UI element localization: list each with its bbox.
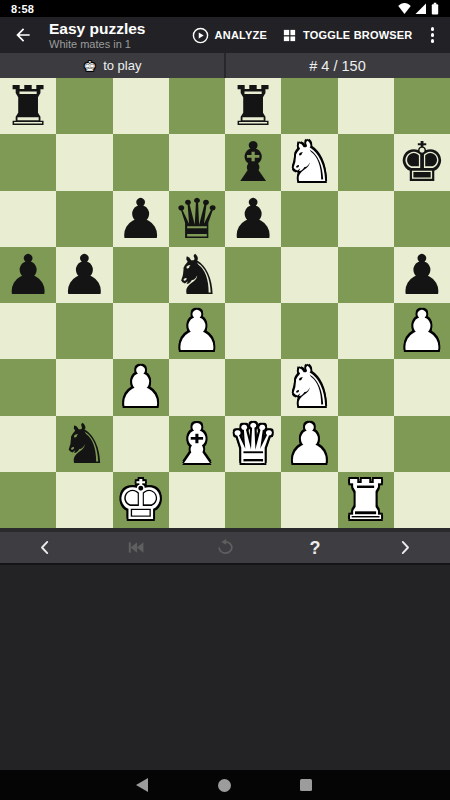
- square-e6[interactable]: ♟: [225, 191, 281, 247]
- question-mark: ?: [310, 539, 321, 557]
- square-h1[interactable]: [394, 472, 450, 528]
- square-e4[interactable]: [225, 303, 281, 359]
- back-arrow-icon: [13, 25, 33, 45]
- square-b1[interactable]: [56, 472, 112, 528]
- piece-white-knight[interactable]: ♞: [285, 134, 334, 190]
- android-nav-bar: [0, 770, 450, 800]
- square-c3[interactable]: ♟: [113, 359, 169, 415]
- square-f1[interactable]: [281, 472, 337, 528]
- chevron-left-icon: [36, 538, 54, 557]
- square-h3[interactable]: [394, 359, 450, 415]
- previous-puzzle-button[interactable]: [0, 532, 90, 563]
- piece-white-queen[interactable]: ♛: [228, 416, 277, 472]
- piece-white-bishop[interactable]: ♝: [172, 416, 221, 472]
- square-c5[interactable]: [113, 247, 169, 303]
- square-f4[interactable]: [281, 303, 337, 359]
- square-e5[interactable]: [225, 247, 281, 303]
- square-h6[interactable]: [394, 191, 450, 247]
- wifi-icon: [398, 3, 411, 14]
- analyze-label: ANALYZE: [215, 29, 267, 41]
- puzzle-toolbar: ?: [0, 528, 450, 565]
- square-f2[interactable]: ♟: [281, 416, 337, 472]
- square-d5[interactable]: ♞: [169, 247, 225, 303]
- info-bar-divider: [224, 53, 226, 78]
- piece-white-knight[interactable]: ♞: [285, 359, 334, 415]
- back-button[interactable]: [13, 25, 33, 45]
- square-e2[interactable]: ♛: [225, 416, 281, 472]
- square-b5[interactable]: ♟: [56, 247, 112, 303]
- square-g5[interactable]: [338, 247, 394, 303]
- square-g2[interactable]: [338, 416, 394, 472]
- chevron-right-icon: [396, 538, 414, 557]
- piece-white-pawn[interactable]: ♟: [397, 303, 446, 359]
- square-d8[interactable]: [169, 78, 225, 134]
- piece-black-bishop[interactable]: ♝: [228, 134, 277, 190]
- piece-white-pawn[interactable]: ♟: [116, 359, 165, 415]
- square-g1[interactable]: ♜: [338, 472, 394, 528]
- undo-button[interactable]: [180, 532, 270, 563]
- square-a5[interactable]: ♟: [0, 247, 56, 303]
- piece-black-pawn[interactable]: ♟: [116, 191, 165, 247]
- undo-icon: [216, 538, 235, 557]
- square-f6[interactable]: [281, 191, 337, 247]
- square-f8[interactable]: [281, 78, 337, 134]
- square-b6[interactable]: [56, 191, 112, 247]
- square-d3[interactable]: [169, 359, 225, 415]
- piece-white-pawn[interactable]: ♟: [285, 416, 334, 472]
- piece-black-knight[interactable]: ♞: [60, 416, 109, 472]
- square-a4[interactable]: [0, 303, 56, 359]
- square-a2[interactable]: [0, 416, 56, 472]
- piece-white-pawn[interactable]: ♟: [172, 303, 221, 359]
- back-triangle-icon[interactable]: [136, 778, 148, 792]
- square-a8[interactable]: ♜: [0, 78, 56, 134]
- square-e8[interactable]: ♜: [225, 78, 281, 134]
- piece-black-pawn[interactable]: ♟: [60, 247, 109, 303]
- square-d7[interactable]: [169, 134, 225, 190]
- toggle-browser-button[interactable]: TOGGLE BROWSER: [282, 28, 413, 43]
- skip-to-start-button[interactable]: [90, 532, 180, 563]
- white-king-icon: ♚: [84, 59, 97, 73]
- app-screen: 8:58 Easy puzzles White mates in 1 ANALY…: [0, 0, 450, 800]
- chess-board[interactable]: ♜♜♝♞♚♟♛♟♟♟♞♟♟♟♟♞♞♝♛♟♚♜: [0, 78, 450, 528]
- piece-black-pawn[interactable]: ♟: [228, 191, 277, 247]
- square-e3[interactable]: [225, 359, 281, 415]
- square-a1[interactable]: [0, 472, 56, 528]
- page-subtitle: White mates in 1: [49, 38, 192, 50]
- square-b2[interactable]: ♞: [56, 416, 112, 472]
- content-area: [0, 565, 450, 770]
- square-d1[interactable]: [169, 472, 225, 528]
- square-b7[interactable]: [56, 134, 112, 190]
- titles: Easy puzzles White mates in 1: [49, 21, 192, 50]
- piece-white-rook[interactable]: ♜: [341, 472, 390, 528]
- square-a7[interactable]: [0, 134, 56, 190]
- status-bar: 8:58: [0, 0, 450, 17]
- info-bar: ♚ to play # 4 / 150: [0, 53, 450, 78]
- next-puzzle-button[interactable]: [360, 532, 450, 563]
- square-a3[interactable]: [0, 359, 56, 415]
- toggle-browser-label: TOGGLE BROWSER: [303, 29, 413, 41]
- square-g8[interactable]: [338, 78, 394, 134]
- square-c1[interactable]: ♚: [113, 472, 169, 528]
- square-g6[interactable]: [338, 191, 394, 247]
- square-c7[interactable]: [113, 134, 169, 190]
- piece-black-pawn[interactable]: ♟: [3, 247, 52, 303]
- grid-icon: [282, 28, 297, 43]
- recents-square-icon[interactable]: [300, 779, 312, 791]
- square-b4[interactable]: [56, 303, 112, 359]
- square-c6[interactable]: ♟: [113, 191, 169, 247]
- square-c2[interactable]: [113, 416, 169, 472]
- overflow-menu-button[interactable]: [428, 25, 438, 45]
- square-f3[interactable]: ♞: [281, 359, 337, 415]
- square-e7[interactable]: ♝: [225, 134, 281, 190]
- square-b8[interactable]: [56, 78, 112, 134]
- piece-black-queen[interactable]: ♛: [172, 191, 221, 247]
- battery-icon: [431, 2, 439, 15]
- square-h4[interactable]: ♟: [394, 303, 450, 359]
- square-d4[interactable]: ♟: [169, 303, 225, 359]
- analyze-button[interactable]: ANALYZE: [192, 27, 267, 44]
- piece-black-king[interactable]: ♚: [397, 134, 446, 190]
- square-f5[interactable]: [281, 247, 337, 303]
- to-play-label: to play: [103, 58, 141, 73]
- square-c4[interactable]: [113, 303, 169, 359]
- square-h2[interactable]: [394, 416, 450, 472]
- status-icons: [398, 2, 439, 15]
- square-f7[interactable]: ♞: [281, 134, 337, 190]
- square-g7[interactable]: [338, 134, 394, 190]
- square-b3[interactable]: [56, 359, 112, 415]
- piece-black-pawn[interactable]: ♟: [397, 247, 446, 303]
- app-bar-actions: ANALYZE TOGGLE BROWSER: [192, 25, 437, 45]
- piece-black-rook[interactable]: ♜: [3, 78, 52, 134]
- hint-button[interactable]: ?: [270, 532, 360, 563]
- square-d6[interactable]: ♛: [169, 191, 225, 247]
- square-e1[interactable]: [225, 472, 281, 528]
- square-h7[interactable]: ♚: [394, 134, 450, 190]
- square-g4[interactable]: [338, 303, 394, 359]
- piece-black-knight[interactable]: ♞: [172, 247, 221, 303]
- piece-black-rook[interactable]: ♜: [228, 78, 277, 134]
- overflow-menu-icon: [431, 27, 435, 31]
- square-c8[interactable]: [113, 78, 169, 134]
- square-a6[interactable]: [0, 191, 56, 247]
- skip-to-start-icon: [126, 538, 145, 557]
- play-circle-icon: [192, 27, 209, 44]
- square-g3[interactable]: [338, 359, 394, 415]
- square-d2[interactable]: ♝: [169, 416, 225, 472]
- page-title: Easy puzzles: [49, 21, 192, 37]
- cellular-signal-icon: [415, 3, 427, 15]
- app-bar: Easy puzzles White mates in 1 ANALYZE TO…: [0, 17, 450, 53]
- square-h5[interactable]: ♟: [394, 247, 450, 303]
- status-time: 8:58: [11, 3, 34, 15]
- piece-white-king[interactable]: ♚: [116, 472, 165, 528]
- square-h8[interactable]: [394, 78, 450, 134]
- home-circle-icon[interactable]: [218, 779, 231, 792]
